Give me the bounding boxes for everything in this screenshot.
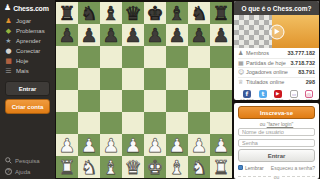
square-a5[interactable] bbox=[56, 68, 78, 90]
stats-list: ♟ Membros 33.777.182 ▦ Partidas de hoje … bbox=[234, 48, 319, 88]
piece-white-bishop[interactable]: ♝ bbox=[168, 156, 185, 178]
square-h8[interactable]: ♜ bbox=[210, 2, 232, 24]
social-facebook[interactable]: f 10.000 bbox=[240, 90, 254, 100]
stat-label: Partidas de hoje bbox=[246, 60, 291, 66]
piece-black-queen[interactable]: ♛ bbox=[124, 2, 141, 24]
social-links: f 10.000 t 466 ▶ 6.200 ▭ 6.300 ◎ 466 bbox=[234, 88, 319, 100]
chess-board[interactable]: ♜♞♝♛♚♝♞♜♟♟♟♟♟♟♟♟♟♟♟♟♟♟♟♟♜♞♝♛♚♝♞♜ bbox=[56, 2, 232, 178]
search-icon bbox=[5, 157, 12, 164]
puzzle-icon: ◆ bbox=[5, 28, 12, 35]
square-e8[interactable]: ♚ bbox=[144, 2, 166, 24]
piece-white-knight[interactable]: ♞ bbox=[190, 156, 207, 178]
or-login-prefix: ou bbox=[260, 121, 267, 127]
social-count: 6.200 bbox=[272, 99, 283, 100]
sidebar: ♟ Chess.com ♟ Jogar ◆ Problemas ★ Aprend… bbox=[0, 0, 55, 179]
piece-black-pawn[interactable]: ♟ bbox=[124, 24, 141, 46]
chesscom-logo[interactable]: ♟ Chess.com bbox=[0, 2, 55, 16]
forgot-password-link[interactable]: Esqueceu a senha? bbox=[271, 165, 315, 171]
piece-white-knight[interactable]: ♞ bbox=[80, 156, 97, 178]
sidebar-help[interactable]: ? Ajuda bbox=[5, 168, 50, 175]
sidebar-menu: ♟ Jogar ◆ Problemas ★ Aprender ● Conecta… bbox=[0, 16, 55, 76]
square-g6[interactable] bbox=[188, 46, 210, 68]
piece-black-bishop[interactable]: ♝ bbox=[102, 2, 119, 24]
square-c3[interactable] bbox=[100, 112, 122, 134]
sidebar-item-aprender[interactable]: ★ Aprender bbox=[0, 36, 55, 46]
square-a1[interactable]: ♜ bbox=[56, 156, 78, 178]
stat-label: Membros bbox=[246, 50, 287, 56]
piece-black-pawn[interactable]: ♟ bbox=[212, 24, 229, 46]
square-d2[interactable]: ♟ bbox=[122, 134, 144, 156]
social-twitter[interactable]: t 466 bbox=[259, 90, 267, 100]
sidebar-item-label: Hoje bbox=[16, 58, 28, 64]
square-d4[interactable] bbox=[122, 90, 144, 112]
piece-white-rook[interactable]: ♜ bbox=[58, 156, 75, 178]
titled-icon: ♕ bbox=[238, 79, 246, 85]
square-a3[interactable] bbox=[56, 112, 78, 134]
piece-black-rook[interactable]: ♜ bbox=[58, 2, 75, 24]
square-b6[interactable] bbox=[78, 46, 100, 68]
square-g7[interactable]: ♟ bbox=[188, 24, 210, 46]
divider-label: ou bbox=[274, 174, 280, 179]
square-f2[interactable]: ♟ bbox=[166, 134, 188, 156]
piece-white-pawn[interactable]: ♟ bbox=[58, 134, 75, 156]
square-e3[interactable] bbox=[144, 112, 166, 134]
social-count: 466 bbox=[259, 99, 267, 100]
piece-white-king[interactable]: ♚ bbox=[146, 156, 163, 178]
square-g8[interactable]: ♞ bbox=[188, 2, 210, 24]
piece-white-pawn[interactable]: ♟ bbox=[124, 134, 141, 156]
piece-white-pawn[interactable]: ♟ bbox=[168, 134, 185, 156]
square-h7[interactable]: ♟ bbox=[210, 24, 232, 46]
logo-text: Chess.com bbox=[13, 5, 49, 12]
piece-white-pawn[interactable]: ♟ bbox=[146, 134, 163, 156]
stat-value: 83.791 bbox=[298, 69, 315, 75]
square-e1[interactable]: ♚ bbox=[144, 156, 166, 178]
stat-row-titled-online: ♕ Titulados online 298 bbox=[238, 78, 315, 88]
square-e4[interactable] bbox=[144, 90, 166, 112]
social-instagram[interactable]: ◎ 466 bbox=[305, 90, 313, 100]
sidebar-auth-buttons: Entrar Criar conta bbox=[0, 76, 55, 114]
play-button-icon[interactable] bbox=[269, 24, 284, 39]
square-b5[interactable] bbox=[78, 68, 100, 90]
square-d7[interactable]: ♟ bbox=[122, 24, 144, 46]
square-a2[interactable]: ♟ bbox=[56, 134, 78, 156]
chesscom-home: ♟ Chess.com ♟ Jogar ◆ Problemas ★ Aprend… bbox=[0, 0, 320, 179]
square-b3[interactable] bbox=[78, 112, 100, 134]
square-g5[interactable] bbox=[188, 68, 210, 90]
facebook-icon: f bbox=[243, 90, 251, 98]
social-count: 466 bbox=[305, 99, 313, 100]
stat-label: Jogadores online bbox=[246, 69, 298, 75]
sidebar-item-label: Conectar bbox=[16, 48, 40, 54]
piece-black-pawn[interactable]: ♟ bbox=[80, 24, 97, 46]
square-g1[interactable]: ♞ bbox=[188, 156, 210, 178]
square-h6[interactable] bbox=[210, 46, 232, 68]
piece-black-rook[interactable]: ♜ bbox=[212, 2, 229, 24]
sidebar-item-hoje[interactable]: ■ Hoje bbox=[0, 56, 55, 66]
square-h4[interactable] bbox=[210, 90, 232, 112]
square-h5[interactable] bbox=[210, 68, 232, 90]
piece-black-pawn[interactable]: ♟ bbox=[146, 24, 163, 46]
square-h3[interactable] bbox=[210, 112, 232, 134]
board-area: ♜♞♝♛♚♝♞♜♟♟♟♟♟♟♟♟♟♟♟♟♟♟♟♟♜♞♝♛♚♝♞♜ bbox=[55, 0, 233, 179]
stat-row-members: ♟ Membros 33.777.182 bbox=[238, 49, 315, 59]
square-c6[interactable] bbox=[100, 46, 122, 68]
stat-label: Titulados online bbox=[246, 79, 306, 85]
square-f8[interactable]: ♝ bbox=[166, 2, 188, 24]
sidebar-item-problemas[interactable]: ◆ Problemas bbox=[0, 26, 55, 36]
help-icon: ? bbox=[5, 168, 12, 175]
piece-white-pawn[interactable]: ♟ bbox=[80, 134, 97, 156]
square-c7[interactable]: ♟ bbox=[100, 24, 122, 46]
square-a6[interactable] bbox=[56, 46, 78, 68]
more-icon: ☰ bbox=[5, 68, 12, 75]
square-e7[interactable]: ♟ bbox=[144, 24, 166, 46]
piece-white-bishop[interactable]: ♝ bbox=[102, 156, 119, 178]
square-f6[interactable] bbox=[166, 46, 188, 68]
square-e6[interactable] bbox=[144, 46, 166, 68]
members-icon: ♟ bbox=[238, 50, 246, 56]
square-a8[interactable]: ♜ bbox=[56, 2, 78, 24]
connect-icon: ● bbox=[5, 48, 12, 55]
piece-black-knight[interactable]: ♞ bbox=[80, 2, 97, 24]
sidebar-item-jogar[interactable]: ♟ Jogar bbox=[0, 16, 55, 26]
instagram-icon: ◎ bbox=[305, 90, 313, 98]
square-h2[interactable]: ♟ bbox=[210, 134, 232, 156]
search-label: Pesquisa bbox=[15, 158, 40, 164]
sidebar-item-label: Aprender bbox=[16, 38, 41, 44]
signup-button[interactable]: Inscreva-se bbox=[238, 106, 315, 119]
square-c4[interactable] bbox=[100, 90, 122, 112]
social-count: 6.300 bbox=[289, 99, 300, 100]
games-icon: ▦ bbox=[238, 60, 246, 66]
square-c5[interactable] bbox=[100, 68, 122, 90]
piece-black-bishop[interactable]: ♝ bbox=[168, 2, 185, 24]
stat-value: 3.718.732 bbox=[291, 60, 315, 66]
youtube-icon: ▶ bbox=[274, 90, 282, 98]
square-b8[interactable]: ♞ bbox=[78, 2, 100, 24]
square-d1[interactable]: ♛ bbox=[122, 156, 144, 178]
square-a4[interactable] bbox=[56, 90, 78, 112]
square-e2[interactable]: ♟ bbox=[144, 134, 166, 156]
square-g4[interactable] bbox=[188, 90, 210, 112]
help-label: Ajuda bbox=[15, 169, 30, 175]
square-f3[interactable] bbox=[166, 112, 188, 134]
promo-video-thumbnail[interactable] bbox=[234, 15, 319, 48]
square-f4[interactable] bbox=[166, 90, 188, 112]
stat-value: 33.777.182 bbox=[287, 50, 315, 56]
piece-black-king[interactable]: ♚ bbox=[146, 2, 163, 24]
logo-pawn-icon: ♟ bbox=[4, 4, 11, 12]
sidebar-bottom: Pesquisa ? Ajuda bbox=[0, 157, 55, 179]
piece-white-queen[interactable]: ♛ bbox=[124, 156, 141, 178]
square-d6[interactable] bbox=[122, 46, 144, 68]
square-a7[interactable]: ♟ bbox=[56, 24, 78, 46]
sidebar-item-label: Jogar bbox=[16, 18, 31, 24]
square-b4[interactable] bbox=[78, 90, 100, 112]
twitter-icon: t bbox=[259, 90, 267, 98]
remember-label: Lembrar bbox=[245, 165, 271, 171]
social-twitch[interactable]: ▭ 6.300 bbox=[289, 90, 300, 100]
news-icon: ■ bbox=[5, 58, 12, 65]
piece-white-pawn[interactable]: ♟ bbox=[102, 134, 119, 156]
square-b7[interactable]: ♟ bbox=[78, 24, 100, 46]
or-divider: ou bbox=[238, 174, 315, 179]
square-c8[interactable]: ♝ bbox=[100, 2, 122, 24]
piece-black-pawn[interactable]: ♟ bbox=[58, 24, 75, 46]
thumbnail-board-image bbox=[234, 15, 272, 48]
square-d3[interactable] bbox=[122, 112, 144, 134]
promo-card: O que é o Chess.com? ♟ Membros 33.777.18… bbox=[234, 1, 319, 100]
player-icon: ☺ bbox=[238, 69, 246, 75]
or-login-text: ou "fazer login" bbox=[238, 121, 315, 127]
sidebar-search[interactable]: Pesquisa bbox=[5, 157, 50, 164]
remember-checkbox[interactable] bbox=[238, 165, 243, 170]
piece-black-pawn[interactable]: ♟ bbox=[102, 24, 119, 46]
login-button[interactable]: Entrar bbox=[238, 149, 315, 162]
square-f1[interactable]: ♝ bbox=[166, 156, 188, 178]
square-g2[interactable]: ♟ bbox=[188, 134, 210, 156]
piece-black-pawn[interactable]: ♟ bbox=[168, 24, 185, 46]
sidebar-item-mais[interactable]: ☰ Mais bbox=[0, 66, 55, 76]
sidebar-item-conectar[interactable]: ● Conectar bbox=[0, 46, 55, 56]
square-c2[interactable]: ♟ bbox=[100, 134, 122, 156]
square-f5[interactable] bbox=[166, 68, 188, 90]
play-pawn-icon: ♟ bbox=[5, 18, 12, 25]
piece-black-knight[interactable]: ♞ bbox=[190, 2, 207, 24]
square-e5[interactable] bbox=[144, 68, 166, 90]
stat-row-players-online: ☺ Jogadores online 83.791 bbox=[238, 68, 315, 78]
stat-value: 298 bbox=[306, 79, 315, 85]
sidebar-item-label: Mais bbox=[16, 68, 29, 74]
social-youtube[interactable]: ▶ 6.200 bbox=[272, 90, 283, 100]
square-d5[interactable] bbox=[122, 68, 144, 90]
square-f7[interactable]: ♟ bbox=[166, 24, 188, 46]
square-h1[interactable]: ♜ bbox=[210, 156, 232, 178]
learn-icon: ★ bbox=[5, 38, 12, 45]
login-link[interactable]: "fazer login" bbox=[267, 121, 294, 127]
square-b1[interactable]: ♞ bbox=[78, 156, 100, 178]
sidebar-login-button[interactable]: Entrar bbox=[5, 81, 50, 96]
promo-title: O que é o Chess.com? bbox=[234, 1, 319, 15]
twitch-icon: ▭ bbox=[290, 90, 298, 98]
right-panel: O que é o Chess.com? ♟ Membros 33.777.18… bbox=[233, 0, 320, 179]
social-count: 10.000 bbox=[240, 99, 254, 100]
piece-black-pawn[interactable]: ♟ bbox=[190, 24, 207, 46]
square-c1[interactable]: ♝ bbox=[100, 156, 122, 178]
stat-row-games-today: ▦ Partidas de hoje 3.718.732 bbox=[238, 59, 315, 69]
square-g3[interactable] bbox=[188, 112, 210, 134]
sidebar-signup-button[interactable]: Criar conta bbox=[5, 99, 50, 114]
auth-card: Inscreva-se ou "fazer login" Entrar Lemb… bbox=[234, 103, 319, 179]
piece-white-pawn[interactable]: ♟ bbox=[212, 134, 229, 156]
remember-row: Lembrar Esqueceu a senha? bbox=[238, 165, 315, 171]
password-input[interactable] bbox=[238, 139, 315, 147]
piece-white-pawn[interactable]: ♟ bbox=[190, 134, 207, 156]
piece-white-rook[interactable]: ♜ bbox=[212, 156, 229, 178]
square-d8[interactable]: ♛ bbox=[122, 2, 144, 24]
square-b2[interactable]: ♟ bbox=[78, 134, 100, 156]
username-input[interactable] bbox=[238, 128, 315, 136]
sidebar-item-label: Problemas bbox=[16, 28, 45, 34]
